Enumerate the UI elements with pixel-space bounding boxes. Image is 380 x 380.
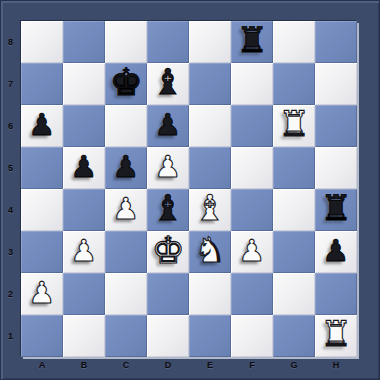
square-h2[interactable] (315, 273, 357, 315)
chess-board: ♜♚♝♟♟♜♟♟♟♟♝♝♜♟♚♞♟♟♟♜ (21, 21, 357, 357)
square-b4[interactable] (63, 189, 105, 231)
piece-white-bishop[interactable]: ♝ (189, 189, 231, 231)
square-g1[interactable] (273, 315, 315, 357)
square-e8[interactable] (189, 21, 231, 63)
square-b6[interactable] (63, 105, 105, 147)
rank-label-5: 5 (0, 147, 21, 189)
square-g5[interactable] (273, 147, 315, 189)
square-a2[interactable]: ♟ (21, 273, 63, 315)
square-c3[interactable] (105, 231, 147, 273)
square-c8[interactable] (105, 21, 147, 63)
square-c2[interactable] (105, 273, 147, 315)
square-h1[interactable]: ♜ (315, 315, 357, 357)
piece-white-pawn[interactable]: ♟ (105, 189, 147, 231)
square-a6[interactable]: ♟ (21, 105, 63, 147)
piece-white-rook[interactable]: ♜ (315, 315, 357, 357)
square-c4[interactable]: ♟ (105, 189, 147, 231)
square-a8[interactable] (21, 21, 63, 63)
square-d2[interactable] (147, 273, 189, 315)
square-b2[interactable] (63, 273, 105, 315)
square-h4[interactable]: ♜ (315, 189, 357, 231)
square-g6[interactable]: ♜ (273, 105, 315, 147)
square-g7[interactable] (273, 63, 315, 105)
square-a3[interactable] (21, 231, 63, 273)
square-b5[interactable]: ♟ (63, 147, 105, 189)
square-f4[interactable] (231, 189, 273, 231)
square-e6[interactable] (189, 105, 231, 147)
square-d1[interactable] (147, 315, 189, 357)
piece-black-pawn[interactable]: ♟ (315, 231, 357, 273)
piece-black-bishop[interactable]: ♝ (147, 189, 189, 231)
square-c1[interactable] (105, 315, 147, 357)
square-b1[interactable] (63, 315, 105, 357)
file-label-e: E (189, 357, 231, 380)
file-label-h: H (315, 357, 357, 380)
file-labels: ABCDEFGH (21, 357, 357, 380)
rank-label-1: 1 (0, 315, 21, 357)
file-label-f: F (231, 357, 273, 380)
file-label-d: D (147, 357, 189, 380)
square-d3[interactable]: ♚ (147, 231, 189, 273)
square-f1[interactable] (231, 315, 273, 357)
rank-label-3: 3 (0, 231, 21, 273)
square-h8[interactable] (315, 21, 357, 63)
square-f2[interactable] (231, 273, 273, 315)
square-c7[interactable]: ♚ (105, 63, 147, 105)
piece-black-pawn[interactable]: ♟ (147, 105, 189, 147)
square-g8[interactable] (273, 21, 315, 63)
piece-white-king[interactable]: ♚ (147, 231, 189, 273)
square-e2[interactable] (189, 273, 231, 315)
rank-label-8: 8 (0, 21, 21, 63)
square-e5[interactable] (189, 147, 231, 189)
square-e7[interactable] (189, 63, 231, 105)
file-label-c: C (105, 357, 147, 380)
square-a1[interactable] (21, 315, 63, 357)
square-h5[interactable] (315, 147, 357, 189)
rank-label-2: 2 (0, 273, 21, 315)
piece-black-pawn[interactable]: ♟ (63, 147, 105, 189)
square-a5[interactable] (21, 147, 63, 189)
square-d7[interactable]: ♝ (147, 63, 189, 105)
square-g3[interactable] (273, 231, 315, 273)
square-b7[interactable] (63, 63, 105, 105)
piece-white-pawn[interactable]: ♟ (231, 231, 273, 273)
square-h3[interactable]: ♟ (315, 231, 357, 273)
square-h6[interactable] (315, 105, 357, 147)
piece-black-king[interactable]: ♚ (105, 63, 147, 105)
rank-label-7: 7 (0, 63, 21, 105)
square-h7[interactable] (315, 63, 357, 105)
piece-black-pawn[interactable]: ♟ (105, 147, 147, 189)
piece-white-rook[interactable]: ♜ (273, 105, 315, 147)
square-f3[interactable]: ♟ (231, 231, 273, 273)
square-f7[interactable] (231, 63, 273, 105)
rank-labels: 87654321 (0, 21, 21, 357)
square-f5[interactable] (231, 147, 273, 189)
piece-white-pawn[interactable]: ♟ (147, 147, 189, 189)
square-d8[interactable] (147, 21, 189, 63)
piece-black-rook[interactable]: ♜ (315, 189, 357, 231)
square-e4[interactable]: ♝ (189, 189, 231, 231)
rank-label-4: 4 (0, 189, 21, 231)
piece-white-pawn[interactable]: ♟ (63, 231, 105, 273)
file-label-a: A (21, 357, 63, 380)
square-e3[interactable]: ♞ (189, 231, 231, 273)
piece-white-pawn[interactable]: ♟ (21, 273, 63, 315)
file-label-g: G (273, 357, 315, 380)
square-d6[interactable]: ♟ (147, 105, 189, 147)
square-c6[interactable] (105, 105, 147, 147)
square-b8[interactable] (63, 21, 105, 63)
chess-board-frame: 87654321 ABCDEFGH ♜♚♝♟♟♜♟♟♟♟♝♝♜♟♚♞♟♟♟♜ (0, 0, 380, 380)
piece-black-rook[interactable]: ♜ (231, 21, 273, 63)
square-b3[interactable]: ♟ (63, 231, 105, 273)
square-f8[interactable]: ♜ (231, 21, 273, 63)
square-c5[interactable]: ♟ (105, 147, 147, 189)
square-e1[interactable] (189, 315, 231, 357)
square-g2[interactable] (273, 273, 315, 315)
square-a4[interactable] (21, 189, 63, 231)
square-f6[interactable] (231, 105, 273, 147)
piece-black-pawn[interactable]: ♟ (21, 105, 63, 147)
piece-black-bishop[interactable]: ♝ (147, 63, 189, 105)
file-label-b: B (63, 357, 105, 380)
square-d5[interactable]: ♟ (147, 147, 189, 189)
square-d4[interactable]: ♝ (147, 189, 189, 231)
square-g4[interactable] (273, 189, 315, 231)
square-a7[interactable] (21, 63, 63, 105)
piece-white-knight[interactable]: ♞ (189, 231, 231, 273)
rank-label-6: 6 (0, 105, 21, 147)
